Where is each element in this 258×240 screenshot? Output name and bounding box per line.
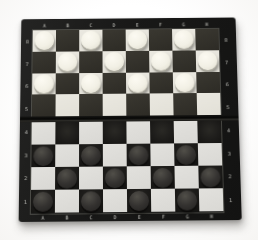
square-b1[interactable]	[55, 189, 79, 212]
square-f6[interactable]	[149, 72, 173, 94]
square-f1[interactable]	[151, 189, 175, 212]
square-a4[interactable]	[32, 122, 56, 145]
square-h7[interactable]	[196, 50, 220, 72]
black-piece[interactable]	[176, 145, 196, 165]
square-c3[interactable]	[79, 144, 103, 167]
square-b5[interactable]	[55, 94, 79, 116]
file-label: D	[103, 213, 127, 220]
file-label: F	[149, 21, 172, 28]
file-label: B	[55, 213, 79, 220]
black-piece[interactable]	[105, 168, 125, 188]
square-b6[interactable]	[56, 73, 80, 95]
square-a7[interactable]	[32, 51, 56, 73]
file-label: B	[56, 22, 79, 29]
square-e2[interactable]	[127, 166, 151, 189]
rank-label: 7	[24, 53, 31, 75]
square-a2[interactable]	[31, 167, 55, 190]
board-top-half	[32, 29, 221, 117]
square-f5[interactable]	[150, 93, 174, 115]
black-piece[interactable]	[129, 190, 149, 210]
file-label: H	[195, 20, 218, 27]
square-b7[interactable]	[56, 51, 79, 73]
square-d8[interactable]	[102, 30, 125, 51]
square-a8[interactable]	[33, 30, 56, 51]
file-label: E	[127, 213, 151, 220]
rank-label: 6	[224, 73, 231, 96]
square-e7[interactable]	[126, 51, 150, 73]
rank-label: 1	[22, 190, 29, 214]
rank-label: 6	[23, 75, 30, 98]
file-label: E	[126, 21, 149, 28]
rank-label: 8	[24, 30, 31, 52]
black-piece[interactable]	[129, 145, 149, 165]
black-piece[interactable]	[33, 191, 53, 211]
square-b2[interactable]	[55, 167, 79, 190]
square-e5[interactable]	[126, 94, 150, 116]
rank-label: 4	[225, 119, 233, 142]
black-piece[interactable]	[81, 191, 101, 211]
square-c6[interactable]	[79, 72, 103, 94]
file-label: C	[79, 21, 102, 28]
black-piece[interactable]	[200, 167, 220, 187]
square-c7[interactable]	[79, 51, 102, 73]
file-label: G	[175, 212, 199, 219]
square-c8[interactable]	[79, 30, 102, 51]
square-b4[interactable]	[55, 122, 79, 145]
white-piece[interactable]	[35, 31, 55, 50]
square-f3[interactable]	[150, 143, 174, 166]
square-b8[interactable]	[56, 30, 79, 51]
white-piece[interactable]	[175, 73, 195, 92]
file-label: H	[199, 212, 223, 219]
file-label: C	[79, 213, 103, 220]
square-d6[interactable]	[103, 72, 127, 94]
square-e3[interactable]	[127, 144, 151, 167]
white-piece[interactable]	[34, 74, 54, 93]
playing-area	[31, 29, 224, 214]
black-piece[interactable]	[57, 168, 77, 188]
white-piece[interactable]	[81, 74, 101, 93]
white-piece[interactable]	[128, 73, 148, 92]
file-label: G	[172, 21, 195, 28]
rank-label: 2	[226, 165, 234, 189]
square-a5[interactable]	[32, 94, 56, 116]
square-d2[interactable]	[103, 166, 127, 189]
square-c2[interactable]	[79, 167, 103, 190]
square-h6[interactable]	[196, 71, 220, 93]
square-d3[interactable]	[103, 144, 127, 167]
checkers-board: ABCDEFGH ABCDEFGH 87654321 87654321	[19, 18, 242, 222]
white-piece[interactable]	[198, 51, 218, 70]
file-label: D	[102, 21, 125, 28]
square-c5[interactable]	[79, 94, 103, 116]
board-bottom-half	[31, 121, 224, 213]
square-g3[interactable]	[174, 143, 198, 166]
white-piece[interactable]	[151, 52, 171, 71]
rank-label: 3	[22, 143, 29, 166]
square-e6[interactable]	[126, 72, 150, 94]
black-piece[interactable]	[81, 146, 101, 166]
white-piece[interactable]	[58, 53, 78, 72]
black-piece[interactable]	[177, 190, 197, 210]
file-label: F	[151, 213, 175, 220]
photo-background: ABCDEFGH ABCDEFGH 87654321 87654321	[0, 0, 258, 240]
square-g7[interactable]	[172, 50, 196, 72]
square-h8[interactable]	[195, 29, 219, 50]
rank-label: 1	[227, 188, 235, 212]
black-piece[interactable]	[33, 146, 53, 166]
square-h3[interactable]	[198, 143, 222, 166]
rank-label: 7	[223, 51, 230, 73]
file-label: A	[33, 22, 56, 29]
square-b3[interactable]	[55, 144, 79, 167]
square-g2[interactable]	[174, 166, 198, 189]
black-piece[interactable]	[153, 167, 173, 187]
square-a6[interactable]	[32, 73, 56, 95]
square-h4[interactable]	[197, 121, 221, 144]
square-g4[interactable]	[174, 121, 198, 144]
square-e8[interactable]	[126, 29, 149, 50]
square-a3[interactable]	[31, 144, 55, 167]
square-d7[interactable]	[103, 51, 126, 73]
square-g5[interactable]	[173, 93, 197, 115]
rank-label: 3	[225, 142, 233, 165]
square-c4[interactable]	[79, 122, 103, 145]
file-label: A	[31, 214, 55, 221]
square-c1[interactable]	[79, 189, 103, 212]
square-a1[interactable]	[31, 190, 55, 213]
square-d5[interactable]	[103, 94, 127, 116]
square-g6[interactable]	[173, 72, 197, 94]
rank-label: 2	[22, 167, 29, 191]
white-piece[interactable]	[174, 30, 194, 49]
square-f7[interactable]	[149, 50, 173, 72]
square-g1[interactable]	[175, 188, 199, 211]
square-h2[interactable]	[198, 166, 222, 189]
file-labels-top: ABCDEFGH	[33, 20, 219, 28]
square-d4[interactable]	[103, 122, 127, 145]
white-piece[interactable]	[104, 52, 124, 71]
square-f8[interactable]	[149, 29, 173, 50]
square-f4[interactable]	[150, 121, 174, 144]
rank-label: 4	[23, 120, 30, 143]
square-e1[interactable]	[127, 189, 151, 212]
square-f2[interactable]	[151, 166, 175, 189]
square-h1[interactable]	[199, 188, 224, 211]
square-h5[interactable]	[197, 93, 221, 115]
square-d1[interactable]	[103, 189, 127, 212]
white-piece[interactable]	[81, 31, 100, 50]
square-g8[interactable]	[172, 29, 196, 50]
white-piece[interactable]	[128, 31, 148, 50]
rank-label: 8	[222, 29, 229, 51]
square-e4[interactable]	[126, 121, 150, 144]
